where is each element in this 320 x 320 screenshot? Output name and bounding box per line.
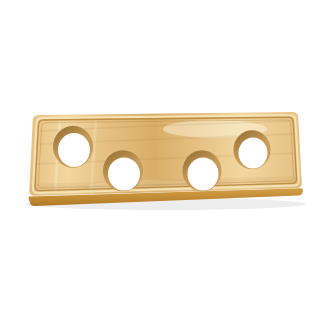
wooden-board-product-photo bbox=[0, 0, 320, 320]
board-photo-svg bbox=[0, 0, 320, 320]
hole-4-opening bbox=[239, 138, 268, 169]
hole-1-opening bbox=[58, 133, 90, 167]
hole-3-opening bbox=[188, 158, 219, 191]
hole-2-opening bbox=[108, 158, 140, 191]
